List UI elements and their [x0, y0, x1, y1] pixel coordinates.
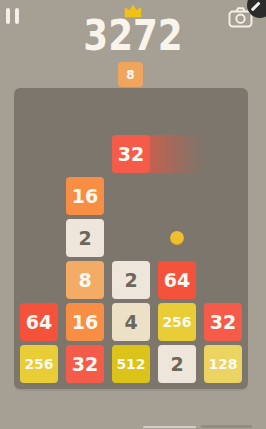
- game-screen: 3272 8 3216282646416425632256325122128: [0, 0, 266, 429]
- tile-16: 16: [66, 177, 104, 215]
- tile-64: 64: [20, 303, 58, 341]
- overlay-fab-icon: [251, 1, 261, 11]
- tile-16: 16: [66, 303, 104, 341]
- pause-icon: [15, 8, 19, 24]
- tile-32: 32: [204, 303, 242, 341]
- motion-trail: [150, 135, 206, 173]
- tile-2: 2: [158, 345, 196, 383]
- tile-128: 128: [204, 345, 242, 383]
- overlay-artifact: [201, 425, 252, 428]
- tile-256: 256: [158, 303, 196, 341]
- tile-64: 64: [158, 261, 196, 299]
- tile-2: 2: [66, 219, 104, 257]
- tile-512: 512: [112, 345, 150, 383]
- next-tile: 8: [118, 62, 143, 87]
- pause-icon: [6, 8, 10, 24]
- tile-32: 32: [66, 345, 104, 383]
- tile-32: 32: [112, 135, 150, 173]
- score: 3272: [20, 15, 246, 57]
- tile-256: 256: [20, 345, 58, 383]
- game-board[interactable]: 3216282646416425632256325122128: [14, 88, 248, 389]
- overlay-artifact: [143, 426, 196, 428]
- tile-4: 4: [112, 303, 150, 341]
- tile-2: 2: [112, 261, 150, 299]
- tile-8: 8: [66, 261, 104, 299]
- bonus-ball: [170, 231, 184, 245]
